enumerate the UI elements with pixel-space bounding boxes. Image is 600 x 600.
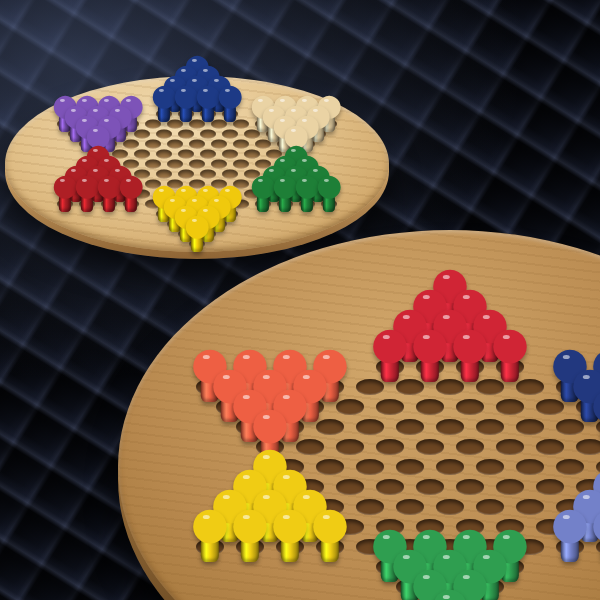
peg-ball: ●: [118, 174, 144, 196]
board-hole-empty[interactable]: [153, 129, 175, 139]
peg-periwinkle[interactable]: ●: [551, 507, 589, 562]
board-hole-empty[interactable]: [350, 497, 390, 517]
board-hole-empty[interactable]: [510, 497, 550, 517]
peg-ball: ●: [591, 387, 600, 420]
peg-yellow[interactable]: ●: [191, 507, 229, 562]
board-hole-empty[interactable]: [550, 417, 590, 437]
peg-red[interactable]: ●: [451, 327, 489, 382]
board-hole-empty[interactable]: [410, 437, 450, 457]
peg-ball: ●: [311, 507, 349, 540]
board-hole-empty[interactable]: [430, 497, 470, 517]
peg-hole-grid: ●●●●●●●●●●●●●●●●●●●●●●●●●●●●●●●●●●●●●●●●…: [54, 79, 340, 249]
peg-ball: ●: [316, 174, 342, 196]
board-hole-empty[interactable]: [490, 477, 530, 497]
board-hole-empty[interactable]: [175, 129, 197, 139]
board-hole-empty[interactable]: [290, 437, 330, 457]
board-hole-empty[interactable]: [164, 159, 186, 169]
board-hole-empty[interactable]: [310, 457, 350, 477]
peg-hole-grid: ●●●●●●●●●●●●●●●●●●●●●●●●●●●●●●●●●●●●●●●●…: [190, 297, 600, 600]
board-hole-occupied[interactable]: ●: [490, 357, 530, 377]
board-hole-empty[interactable]: [530, 477, 570, 497]
board-hole-empty[interactable]: [430, 377, 470, 397]
board-hole-empty[interactable]: [241, 149, 263, 159]
board-hole-empty[interactable]: [490, 437, 530, 457]
board-hole-empty[interactable]: [164, 119, 186, 129]
peg-red[interactable]: ●: [491, 327, 529, 382]
peg-yellow[interactable]: ●: [231, 507, 269, 562]
peg-ball: ●: [551, 507, 589, 540]
board-hole-empty[interactable]: [164, 139, 186, 149]
board-hole-empty[interactable]: [241, 129, 263, 139]
peg-ball: ●: [491, 327, 529, 360]
board-hole-empty[interactable]: [131, 129, 153, 139]
board-hole-empty[interactable]: [175, 149, 197, 159]
board-hole-occupied[interactable]: ●: [230, 537, 270, 557]
board-hole-empty[interactable]: [142, 159, 164, 169]
board-hole-empty[interactable]: [252, 139, 274, 149]
board-hole-empty[interactable]: [370, 437, 410, 457]
peg-red[interactable]: ●: [118, 174, 144, 211]
peg-periwinkle[interactable]: ●: [591, 507, 600, 562]
board-hole-empty[interactable]: [530, 437, 570, 457]
peg-ball: ●: [191, 507, 229, 540]
board-hole-occupied[interactable]: ●: [450, 357, 490, 377]
peg-yellow[interactable]: ●: [311, 507, 349, 562]
board-hole-empty[interactable]: [330, 397, 370, 417]
peg-green[interactable]: ●: [316, 174, 342, 211]
board-hole-empty[interactable]: [450, 477, 490, 497]
board-hole-empty[interactable]: [510, 457, 550, 477]
board-hole-occupied[interactable]: ●: [175, 109, 197, 119]
board-hole-empty[interactable]: [510, 377, 550, 397]
board-hole-occupied[interactable]: ●: [190, 537, 230, 557]
photo-scene: ●●●●●●●●●●●●●●●●●●●●●●●●●●●●●●●●●●●●●●●●…: [0, 0, 600, 600]
board-surface: ●●●●●●●●●●●●●●●●●●●●●●●●●●●●●●●●●●●●●●●●…: [118, 230, 600, 600]
board-hole-empty[interactable]: [410, 477, 450, 497]
board-hole-empty[interactable]: [390, 377, 430, 397]
board-hole-occupied[interactable]: ●: [54, 199, 76, 209]
board-hole-empty[interactable]: [197, 149, 219, 159]
board-hole-empty[interactable]: [142, 139, 164, 149]
board-hole-empty[interactable]: [490, 397, 530, 417]
board-hole-occupied[interactable]: ●: [270, 537, 310, 557]
peg-yellow[interactable]: ●: [271, 507, 309, 562]
board-hole-empty[interactable]: [570, 437, 600, 457]
board-hole-empty[interactable]: [470, 457, 510, 477]
board-hole-empty[interactable]: [186, 119, 208, 129]
board-hole-empty[interactable]: [370, 477, 410, 497]
board-hole-occupied[interactable]: ●: [550, 537, 590, 557]
board-hole-empty[interactable]: [208, 159, 230, 169]
board-hole-empty[interactable]: [470, 497, 510, 517]
board-hole-empty[interactable]: [186, 139, 208, 149]
board-hole-empty[interactable]: [470, 417, 510, 437]
board-hole-empty[interactable]: [530, 397, 570, 417]
board-hole-empty[interactable]: [450, 437, 490, 457]
board-hole-occupied[interactable]: ●: [98, 199, 120, 209]
peg-ball: ●: [231, 507, 269, 540]
peg-ball: ●: [431, 587, 469, 600]
board-hole-empty[interactable]: [350, 417, 390, 437]
board-row: ●●●: [190, 577, 600, 597]
board-hole-empty[interactable]: [550, 457, 590, 477]
board-hole-empty[interactable]: [230, 159, 252, 169]
board-hole-empty[interactable]: [390, 417, 430, 437]
board-hole-empty[interactable]: [310, 417, 350, 437]
board-hole-empty[interactable]: [208, 139, 230, 149]
board-hole-empty[interactable]: [142, 119, 164, 129]
peg-ball: ●: [251, 407, 289, 440]
board-hole-occupied[interactable]: ●: [590, 417, 600, 437]
board-hole-empty[interactable]: [131, 149, 153, 159]
board-hole-empty[interactable]: [186, 159, 208, 169]
board-hole-occupied[interactable]: ●: [274, 199, 296, 209]
board-hole-empty[interactable]: [197, 129, 219, 139]
board-hole-empty[interactable]: [153, 149, 175, 159]
board-hole-empty[interactable]: [230, 139, 252, 149]
board-hole-empty[interactable]: [390, 497, 430, 517]
board-hole-occupied[interactable]: ●: [76, 199, 98, 209]
peg-navy[interactable]: ●: [591, 387, 600, 442]
board-hole-occupied[interactable]: ●: [252, 199, 274, 209]
board-hole-empty[interactable]: [470, 377, 510, 397]
board-hole-empty[interactable]: [219, 149, 241, 159]
board-hole-occupied[interactable]: ●: [197, 109, 219, 119]
peg-ball: ●: [591, 507, 600, 540]
board-hole-empty[interactable]: [430, 417, 470, 437]
board-hole-occupied[interactable]: ●: [590, 537, 600, 557]
board-hole-empty[interactable]: [390, 457, 430, 477]
peg-red[interactable]: ●: [411, 327, 449, 382]
board-hole-empty[interactable]: [430, 457, 470, 477]
board-hole-empty[interactable]: [330, 477, 370, 497]
board-hole-empty[interactable]: [120, 139, 142, 149]
board-hole-occupied[interactable]: ●: [120, 199, 142, 209]
board-hole-empty[interactable]: [510, 417, 550, 437]
peg-ball: ●: [451, 327, 489, 360]
chinese-checkers-board-light: ●●●●●●●●●●●●●●●●●●●●●●●●●●●●●●●●●●●●●●●●…: [5, 76, 389, 252]
peg-ball: ●: [271, 507, 309, 540]
board-hole-empty[interactable]: [370, 397, 410, 417]
board-hole-occupied[interactable]: ●: [410, 357, 450, 377]
board-hole-empty[interactable]: [410, 397, 450, 417]
chinese-checkers-board-dark: ●●●●●●●●●●●●●●●●●●●●●●●●●●●●●●●●●●●●●●●●…: [118, 230, 600, 600]
board-hole-occupied[interactable]: ●: [153, 109, 175, 119]
peg-green[interactable]: ●: [431, 587, 469, 600]
board-hole-occupied[interactable]: ●: [370, 357, 410, 377]
board-hole-occupied[interactable]: ●: [219, 109, 241, 119]
board-hole-empty[interactable]: [350, 377, 390, 397]
board-hole-empty[interactable]: [350, 457, 390, 477]
board-surface: ●●●●●●●●●●●●●●●●●●●●●●●●●●●●●●●●●●●●●●●●…: [5, 76, 389, 252]
peg-blue[interactable]: ●: [217, 84, 243, 121]
peg-ball: ●: [411, 327, 449, 360]
board-hole-empty[interactable]: [208, 119, 230, 129]
board-hole-empty[interactable]: [219, 129, 241, 139]
board-hole-empty[interactable]: [330, 437, 370, 457]
peg-ball: ●: [371, 327, 409, 360]
board-hole-empty[interactable]: [230, 119, 252, 129]
board-hole-occupied[interactable]: ●: [310, 537, 350, 557]
peg-red[interactable]: ●: [371, 327, 409, 382]
board-hole-occupied[interactable]: ●: [296, 199, 318, 209]
peg-ball: ●: [217, 84, 243, 106]
board-hole-empty[interactable]: [450, 397, 490, 417]
board-hole-occupied[interactable]: ●: [318, 199, 340, 209]
